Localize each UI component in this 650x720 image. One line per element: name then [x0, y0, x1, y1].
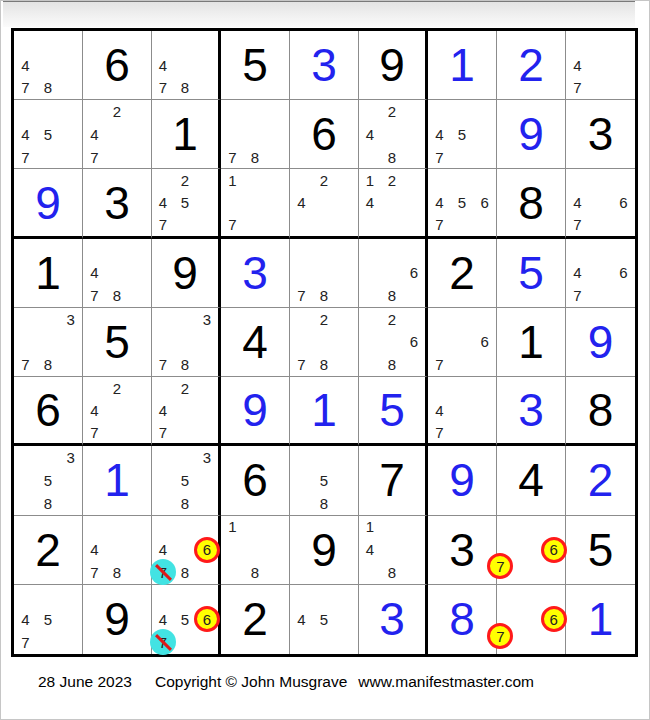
candidate: 4: [152, 54, 174, 77]
candidate-slot: [520, 516, 543, 539]
candidate-digit: 7: [297, 356, 305, 373]
solved-digit: 1: [428, 31, 496, 99]
cell-r2c7[interactable]: 457: [428, 100, 497, 169]
candidate-slot: [403, 169, 425, 191]
candidate-slot: [451, 399, 474, 421]
cell-r1c4[interactable]: 5: [221, 31, 290, 100]
candidate-digit: 4: [297, 611, 305, 628]
candidate-slot: [221, 538, 244, 561]
candidate-digit: 1: [228, 172, 236, 189]
pencil-marks: 45: [290, 585, 358, 654]
candidate: 8: [174, 353, 196, 376]
candidate-slot: [244, 123, 267, 146]
candidate-slot: [174, 516, 196, 539]
given-digit: 6: [221, 446, 289, 514]
cell-r7c7[interactable]: 9: [428, 446, 497, 515]
candidate-digit: 6: [549, 541, 557, 558]
candidate-digit: 4: [435, 402, 443, 419]
candidate-slot: [335, 169, 358, 191]
candidate-digit: 8: [320, 356, 328, 373]
candidate-digit: 5: [458, 126, 466, 143]
candidate-digit: 7: [21, 356, 29, 373]
candidate: 4: [290, 608, 313, 631]
candidate-slot: [403, 192, 425, 214]
cell-r3c4[interactable]: 17: [221, 169, 290, 238]
candidate: 4: [152, 538, 174, 561]
candidate-slot: [106, 538, 129, 561]
cell-r6c4[interactable]: 9: [221, 377, 290, 446]
pencil-marks: 67: [428, 308, 496, 376]
candidate-digit: 8: [181, 495, 189, 512]
solved-digit: 3: [359, 585, 425, 654]
candidate-slot: [106, 421, 129, 443]
candidate-slot: [128, 561, 151, 584]
cell-r6c1[interactable]: 6: [14, 377, 83, 446]
candidate: 4: [359, 538, 381, 561]
candidate-digit: 2: [388, 172, 396, 189]
candidate-slot: [290, 239, 313, 262]
cell-r2c1[interactable]: 457: [14, 100, 83, 169]
cell-r9c3[interactable]: 4567: [152, 585, 221, 654]
candidate-digit: 4: [573, 194, 581, 211]
cell-r9c4[interactable]: 2: [221, 585, 290, 654]
candidate: 1: [359, 169, 381, 191]
given-digit: 5: [221, 31, 289, 99]
candidate-slot: [196, 492, 218, 515]
candidate-slot: [174, 421, 196, 443]
candidate-slot: [381, 261, 403, 284]
candidate-slot: [174, 331, 196, 354]
cell-r3c8[interactable]: 8: [497, 169, 566, 238]
cell-r7c3[interactable]: 358: [152, 446, 221, 515]
candidate-slot: [542, 631, 565, 654]
cell-r4c2[interactable]: 478: [83, 239, 152, 308]
candidate-slot: [403, 353, 425, 376]
cell-r9c5[interactable]: 45: [290, 585, 359, 654]
candidate-eliminated: 7: [152, 631, 174, 654]
candidate-slot: [335, 261, 358, 284]
cell-r4c3[interactable]: 9: [152, 239, 221, 308]
candidate-slot: [473, 421, 496, 443]
cell-r3c9[interactable]: 467: [566, 169, 635, 238]
candidate: 4: [152, 192, 174, 214]
candidate-slot: [290, 169, 313, 191]
cell-r7c4[interactable]: 6: [221, 446, 290, 515]
candidate-slot: [313, 585, 336, 608]
cell-r9c9[interactable]: 1: [566, 585, 635, 654]
candidate-slot: [612, 31, 635, 54]
cell-r3c3[interactable]: 2457: [152, 169, 221, 238]
candidate-digit: 8: [388, 356, 396, 373]
candidate: 4: [83, 261, 106, 284]
pencil-marks: 378: [152, 308, 218, 376]
cell-r4c5[interactable]: 78: [290, 239, 359, 308]
footer-website: www.manifestmaster.com: [358, 673, 534, 690]
candidate-slot: [451, 421, 474, 443]
candidate-digit: 7: [496, 558, 504, 575]
candidate-slot: [381, 239, 403, 262]
candidate-slot: [290, 631, 313, 654]
candidate: 3: [196, 308, 218, 331]
pencil-marks: 58: [290, 446, 358, 514]
candidate-slot: [196, 31, 218, 54]
cell-r1c7[interactable]: 1: [428, 31, 497, 100]
candidate: 7: [14, 146, 37, 169]
pencil-marks: 4567: [152, 585, 218, 654]
candidate-slot: [451, 331, 474, 354]
candidate-slot: [152, 469, 174, 492]
given-digit: 5: [566, 516, 635, 584]
candidate-digit: 2: [181, 172, 189, 189]
candidate: 4: [566, 261, 589, 284]
cell-r6c3[interactable]: 247: [152, 377, 221, 446]
candidate-slot: [335, 239, 358, 262]
cell-r3c7[interactable]: 4567: [428, 169, 497, 238]
candidate-slot: [313, 239, 336, 262]
candidate-digit: 7: [435, 424, 443, 441]
candidate: 5: [174, 608, 196, 631]
candidate-slot: [428, 169, 451, 191]
candidate-digit: 7: [21, 79, 29, 96]
cell-r6c8[interactable]: 3: [497, 377, 566, 446]
candidate-slot: [520, 561, 543, 584]
pencil-marks: 457: [428, 100, 496, 168]
pencil-marks: 68: [359, 239, 425, 307]
cell-r8c9[interactable]: 5: [566, 516, 635, 585]
cell-r7c8[interactable]: 4: [497, 446, 566, 515]
cell-r9c2[interactable]: 9: [83, 585, 152, 654]
cell-r3c2[interactable]: 3: [83, 169, 152, 238]
given-digit: 4: [221, 308, 289, 376]
candidate-digit: 6: [619, 194, 627, 211]
candidate-digit: 7: [159, 634, 167, 651]
pencil-marks: 4678: [152, 516, 218, 584]
pencil-marks: 24: [290, 169, 358, 235]
candidate-slot: [359, 239, 381, 262]
candidate-slot: [221, 100, 244, 123]
candidate-slot: [266, 561, 289, 584]
candidate: 2: [174, 377, 196, 399]
candidate-slot: [174, 585, 196, 608]
candidate-digit: 8: [388, 149, 396, 166]
candidate-slot: [128, 261, 151, 284]
cell-r5c2[interactable]: 5: [83, 308, 152, 377]
solved-digit: 8: [428, 585, 496, 654]
candidate-slot: [335, 353, 358, 376]
cell-r3c6[interactable]: 124: [359, 169, 428, 238]
candidate: 8: [381, 146, 403, 169]
cell-r8c4[interactable]: 18: [221, 516, 290, 585]
candidate-slot: [221, 561, 244, 584]
candidate-slot: [174, 31, 196, 54]
candidate-slot: [451, 377, 474, 399]
cell-r1c6[interactable]: 9: [359, 31, 428, 100]
candidate-slot: [589, 239, 612, 262]
candidate-digit: 8: [181, 564, 189, 581]
cell-r5c3[interactable]: 378: [152, 308, 221, 377]
candidate: 7: [83, 561, 106, 584]
cell-r4c7[interactable]: 2: [428, 239, 497, 308]
cell-r6c6[interactable]: 5: [359, 377, 428, 446]
candidate: 8: [313, 353, 336, 376]
cell-r2c9[interactable]: 3: [566, 100, 635, 169]
candidate-slot: [37, 446, 60, 469]
candidate-digit: 5: [44, 472, 52, 489]
cell-r6c2[interactable]: 247: [83, 377, 152, 446]
candidate-slot: [128, 146, 151, 169]
candidate-slot: [335, 284, 358, 307]
candidate-digit: 7: [90, 424, 98, 441]
candidate-slot: [196, 54, 218, 77]
cell-r2c6[interactable]: 248: [359, 100, 428, 169]
cell-r1c8[interactable]: 2: [497, 31, 566, 100]
candidate: 7: [221, 214, 244, 236]
candidate: 6: [612, 261, 635, 284]
cell-r2c2[interactable]: 247: [83, 100, 152, 169]
pencil-marks: 467: [566, 169, 635, 235]
candidate-digit: 6: [480, 333, 488, 350]
candidate-slot: [542, 561, 565, 584]
cell-r7c2[interactable]: 1: [83, 446, 152, 515]
candidate: 7: [83, 284, 106, 307]
cell-r7c5[interactable]: 58: [290, 446, 359, 515]
candidate-digit: 4: [573, 264, 581, 281]
candidate-slot: [313, 261, 336, 284]
candidate-slot: [451, 169, 474, 191]
cell-r1c2[interactable]: 6: [83, 31, 152, 100]
pencil-marks: 268: [359, 308, 425, 376]
solved-digit: 9: [428, 446, 496, 514]
cell-r8c1[interactable]: 2: [14, 516, 83, 585]
candidate-slot: [196, 469, 218, 492]
candidate-slot: [403, 538, 425, 561]
cell-r4c1[interactable]: 1: [14, 239, 83, 308]
cell-r8c8[interactable]: 67: [497, 516, 566, 585]
candidate-slot: [428, 308, 451, 331]
candidate-slot: [244, 169, 267, 191]
cell-r7c1[interactable]: 358: [14, 446, 83, 515]
cell-r5c7[interactable]: 67: [428, 308, 497, 377]
cell-r9c7[interactable]: 8: [428, 585, 497, 654]
cell-r6c7[interactable]: 47: [428, 377, 497, 446]
cell-r8c6[interactable]: 148: [359, 516, 428, 585]
pencil-marks: 457: [14, 585, 82, 654]
cell-r8c5[interactable]: 9: [290, 516, 359, 585]
candidate-digit: 4: [435, 194, 443, 211]
candidate-digit: 7: [228, 216, 236, 233]
footer-copyright: Copyright © John Musgrave: [155, 673, 347, 690]
cell-r5c5[interactable]: 278: [290, 308, 359, 377]
candidate: 8: [313, 492, 336, 515]
candidate-slot: [196, 421, 218, 443]
candidate-digit: 3: [203, 311, 211, 328]
candidate: 5: [451, 123, 474, 146]
cell-r1c5[interactable]: 3: [290, 31, 359, 100]
cell-r8c2[interactable]: 478: [83, 516, 152, 585]
cell-r9c1[interactable]: 457: [14, 585, 83, 654]
pencil-marks: 467: [566, 239, 635, 307]
candidate: 4: [83, 538, 106, 561]
given-digit: 3: [428, 516, 496, 584]
cell-r1c9[interactable]: 47: [566, 31, 635, 100]
candidate-digit: 5: [181, 472, 189, 489]
cell-r1c3[interactable]: 478: [152, 31, 221, 100]
candidate: 7: [428, 353, 451, 376]
solved-digit: 1: [83, 446, 151, 514]
cell-r4c9[interactable]: 467: [566, 239, 635, 308]
candidate-digit: 7: [159, 216, 167, 233]
candidate-digit: 5: [458, 194, 466, 211]
cell-r4c8[interactable]: 5: [497, 239, 566, 308]
candidate-slot: [290, 585, 313, 608]
cell-r8c7[interactable]: 3: [428, 516, 497, 585]
candidate: 2: [313, 308, 336, 331]
candidate-slot: [106, 146, 129, 169]
candidate: 1: [359, 516, 381, 539]
candidate-slot: [244, 214, 267, 236]
candidate-slot: [266, 123, 289, 146]
cell-r2c4[interactable]: 78: [221, 100, 290, 169]
candidate-slot: [566, 31, 589, 54]
candidate-digit: 6: [410, 333, 418, 350]
candidate-digit: 7: [297, 287, 305, 304]
candidate-digit: 2: [388, 311, 396, 328]
candidate: 8: [37, 76, 60, 99]
candidate-slot: [59, 608, 82, 631]
cell-r6c5[interactable]: 1: [290, 377, 359, 446]
candidate-slot: [83, 239, 106, 262]
candidate-slot: [128, 421, 151, 443]
candidate-digit: 5: [320, 472, 328, 489]
cell-r6c9[interactable]: 8: [566, 377, 635, 446]
candidate: 4: [428, 123, 451, 146]
candidate-slot: [290, 492, 313, 515]
candidate: 4: [14, 123, 37, 146]
cell-r1c1[interactable]: 478: [14, 31, 83, 100]
candidate-slot: [196, 561, 218, 584]
cell-r4c4[interactable]: 3: [221, 239, 290, 308]
given-digit: 4: [497, 446, 565, 514]
solved-digit: 9: [566, 308, 635, 376]
cell-r4c6[interactable]: 68: [359, 239, 428, 308]
candidate-slot: [266, 100, 289, 123]
candidate-digit: 4: [159, 611, 167, 628]
cell-r2c8[interactable]: 9: [497, 100, 566, 169]
candidate-digit: 4: [159, 194, 167, 211]
cell-r9c6[interactable]: 3: [359, 585, 428, 654]
candidate-slot: [37, 331, 60, 354]
candidate-digit: 8: [44, 356, 52, 373]
candidate-slot: [403, 561, 425, 584]
cell-r7c9[interactable]: 2: [566, 446, 635, 515]
candidate-slot: [128, 100, 151, 123]
candidate-slot: [520, 608, 543, 631]
candidate-slot: [106, 516, 129, 539]
candidate: 5: [313, 469, 336, 492]
candidate-digit: 8: [251, 149, 259, 166]
candidate-slot: [403, 146, 425, 169]
candidate-slot: [612, 214, 635, 236]
pencil-marks: 478: [83, 516, 151, 584]
candidate-slot: [428, 100, 451, 123]
candidate-slot: [520, 585, 543, 608]
candidate-slot: [37, 54, 60, 77]
candidate-slot: [589, 31, 612, 54]
cell-r9c8[interactable]: 67: [497, 585, 566, 654]
candidate-digit: 2: [320, 172, 328, 189]
candidate-digit: 2: [388, 103, 396, 120]
candidate-slot: [359, 308, 381, 331]
candidate: 4: [428, 192, 451, 214]
candidate-slot: [313, 446, 336, 469]
cell-r5c9[interactable]: 9: [566, 308, 635, 377]
solved-digit: 1: [566, 585, 635, 654]
candidate: 2: [381, 308, 403, 331]
pencil-marks: 148: [359, 516, 425, 584]
cell-r7c6[interactable]: 7: [359, 446, 428, 515]
candidate-slot: [152, 377, 174, 399]
given-digit: 3: [83, 169, 151, 235]
candidate-slot: [174, 446, 196, 469]
given-digit: 6: [83, 31, 151, 99]
candidate-slot: [589, 169, 612, 191]
candidate-highlighted: 6: [196, 538, 218, 561]
candidate: 8: [106, 561, 129, 584]
candidate-digit: 8: [44, 495, 52, 512]
candidate-slot: [128, 516, 151, 539]
candidate-digit: 4: [366, 541, 374, 558]
cell-r8c3[interactable]: 4678: [152, 516, 221, 585]
cell-r2c3[interactable]: 1: [152, 100, 221, 169]
candidate-slot: [335, 631, 358, 654]
candidate-slot: [196, 169, 218, 191]
cell-r5c1[interactable]: 378: [14, 308, 83, 377]
candidate-slot: [335, 446, 358, 469]
candidate-slot: [266, 516, 289, 539]
candidate-slot: [152, 331, 174, 354]
candidate-slot: [14, 31, 37, 54]
candidate-slot: [266, 146, 289, 169]
given-digit: 7: [359, 446, 425, 514]
candidate: 7: [428, 214, 451, 236]
candidate-digit: 6: [410, 264, 418, 281]
candidate-digit: 7: [435, 216, 443, 233]
pencil-marks: 17: [221, 169, 289, 235]
candidate-digit: 6: [549, 611, 557, 628]
candidate-slot: [266, 214, 289, 236]
solved-digit: 5: [497, 239, 565, 307]
given-digit: 1: [152, 100, 218, 168]
candidate-slot: [174, 308, 196, 331]
cell-r2c5[interactable]: 6: [290, 100, 359, 169]
candidate-slot: [106, 399, 129, 421]
solved-digit: 3: [221, 239, 289, 307]
candidate: 7: [152, 76, 174, 99]
cell-r5c6[interactable]: 268: [359, 308, 428, 377]
cell-r3c5[interactable]: 24: [290, 169, 359, 238]
cell-r5c4[interactable]: 4: [221, 308, 290, 377]
candidate-slot: [174, 631, 196, 654]
candidate-slot: [14, 492, 37, 515]
candidate-slot: [128, 284, 151, 307]
candidate-slot: [589, 284, 612, 307]
candidate: 8: [174, 492, 196, 515]
cell-r5c8[interactable]: 1: [497, 308, 566, 377]
candidate: 8: [174, 76, 196, 99]
cell-r3c1[interactable]: 9: [14, 169, 83, 238]
candidate-slot: [128, 377, 151, 399]
page: 4786478539124745724717862484579393245717…: [0, 0, 650, 720]
